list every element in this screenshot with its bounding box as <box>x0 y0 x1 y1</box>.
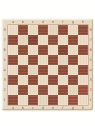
square-g1[interactable] <box>68 95 78 105</box>
square-f3[interactable] <box>58 75 68 85</box>
square-g3[interactable] <box>68 75 78 85</box>
coordinate-label: a <box>8 19 17 24</box>
square-c5[interactable] <box>28 55 38 65</box>
square-g4[interactable] <box>68 65 78 75</box>
coordinate-label: 4 <box>2 65 7 74</box>
coordinate-label: e <box>48 105 57 110</box>
square-h2[interactable] <box>78 85 88 95</box>
square-c7[interactable] <box>28 35 38 45</box>
square-b5[interactable] <box>18 55 28 65</box>
square-e5[interactable] <box>48 55 58 65</box>
coordinate-label: 6 <box>88 45 93 54</box>
square-h7[interactable] <box>78 35 88 45</box>
chess-board: abcdefgh abcdefgh 87654321 87654321 <box>2 19 93 110</box>
square-h3[interactable] <box>78 75 88 85</box>
square-f1[interactable] <box>58 95 68 105</box>
square-b2[interactable] <box>18 85 28 95</box>
coordinate-label: d <box>38 19 47 24</box>
coordinate-label: d <box>38 105 47 110</box>
coordinate-label: 2 <box>88 85 93 94</box>
square-e3[interactable] <box>48 75 58 85</box>
square-h4[interactable] <box>78 65 88 75</box>
coordinate-label: h <box>78 19 87 24</box>
coordinate-label: 1 <box>2 95 7 104</box>
square-c2[interactable] <box>28 85 38 95</box>
coordinate-label: 7 <box>88 35 93 44</box>
square-g2[interactable] <box>68 85 78 95</box>
square-a1[interactable] <box>8 95 18 105</box>
coordinate-label: 7 <box>2 35 7 44</box>
square-d2[interactable] <box>38 85 48 95</box>
square-f6[interactable] <box>58 45 68 55</box>
product-photo-background: abcdefgh abcdefgh 87654321 87654321 <box>0 0 95 126</box>
square-h6[interactable] <box>78 45 88 55</box>
coordinate-label: 4 <box>88 65 93 74</box>
square-e4[interactable] <box>48 65 58 75</box>
coordinate-label: 3 <box>88 75 93 84</box>
square-a5[interactable] <box>8 55 18 65</box>
square-c8[interactable] <box>28 25 38 35</box>
coordinate-label: c <box>28 19 37 24</box>
square-d5[interactable] <box>38 55 48 65</box>
coordinate-label: e <box>48 19 57 24</box>
file-labels-bottom: abcdefgh <box>8 105 88 111</box>
coordinate-label: 3 <box>2 75 7 84</box>
coordinate-label: a <box>8 105 17 110</box>
coordinate-label: g <box>68 105 77 110</box>
square-d7[interactable] <box>38 35 48 45</box>
coordinate-label: 5 <box>2 55 7 64</box>
square-a4[interactable] <box>8 65 18 75</box>
square-c4[interactable] <box>28 65 38 75</box>
coordinate-label: 2 <box>2 85 7 94</box>
coordinate-label: 6 <box>2 45 7 54</box>
coordinate-label: 8 <box>2 25 7 34</box>
square-f7[interactable] <box>58 35 68 45</box>
square-b3[interactable] <box>18 75 28 85</box>
square-c3[interactable] <box>28 75 38 85</box>
square-d3[interactable] <box>38 75 48 85</box>
square-a2[interactable] <box>8 85 18 95</box>
square-b4[interactable] <box>18 65 28 75</box>
square-f8[interactable] <box>58 25 68 35</box>
square-f2[interactable] <box>58 85 68 95</box>
square-e8[interactable] <box>48 25 58 35</box>
square-g8[interactable] <box>68 25 78 35</box>
coordinate-label: c <box>28 105 37 110</box>
square-d4[interactable] <box>38 65 48 75</box>
board-grid <box>8 25 88 105</box>
square-g7[interactable] <box>68 35 78 45</box>
square-d1[interactable] <box>38 95 48 105</box>
square-b8[interactable] <box>18 25 28 35</box>
square-e6[interactable] <box>48 45 58 55</box>
coordinate-label: g <box>68 19 77 24</box>
square-a7[interactable] <box>8 35 18 45</box>
square-h1[interactable] <box>78 95 88 105</box>
square-b6[interactable] <box>18 45 28 55</box>
coordinate-label: 5 <box>88 55 93 64</box>
square-b1[interactable] <box>18 95 28 105</box>
square-h8[interactable] <box>78 25 88 35</box>
square-d6[interactable] <box>38 45 48 55</box>
square-e7[interactable] <box>48 35 58 45</box>
square-a6[interactable] <box>8 45 18 55</box>
coordinate-label: 8 <box>88 25 93 34</box>
square-g6[interactable] <box>68 45 78 55</box>
square-a3[interactable] <box>8 75 18 85</box>
square-b7[interactable] <box>18 35 28 45</box>
coordinate-label: f <box>58 105 67 110</box>
square-e1[interactable] <box>48 95 58 105</box>
square-d8[interactable] <box>38 25 48 35</box>
coordinate-label: h <box>78 105 87 110</box>
square-c1[interactable] <box>28 95 38 105</box>
rank-labels-right: 87654321 <box>88 25 94 105</box>
square-a8[interactable] <box>8 25 18 35</box>
coordinate-label: b <box>18 105 27 110</box>
square-c6[interactable] <box>28 45 38 55</box>
square-f5[interactable] <box>58 55 68 65</box>
coordinate-label: f <box>58 19 67 24</box>
square-h5[interactable] <box>78 55 88 65</box>
square-g5[interactable] <box>68 55 78 65</box>
square-f4[interactable] <box>58 65 68 75</box>
coordinate-label: b <box>18 19 27 24</box>
square-e2[interactable] <box>48 85 58 95</box>
coordinate-label: 1 <box>88 95 93 104</box>
